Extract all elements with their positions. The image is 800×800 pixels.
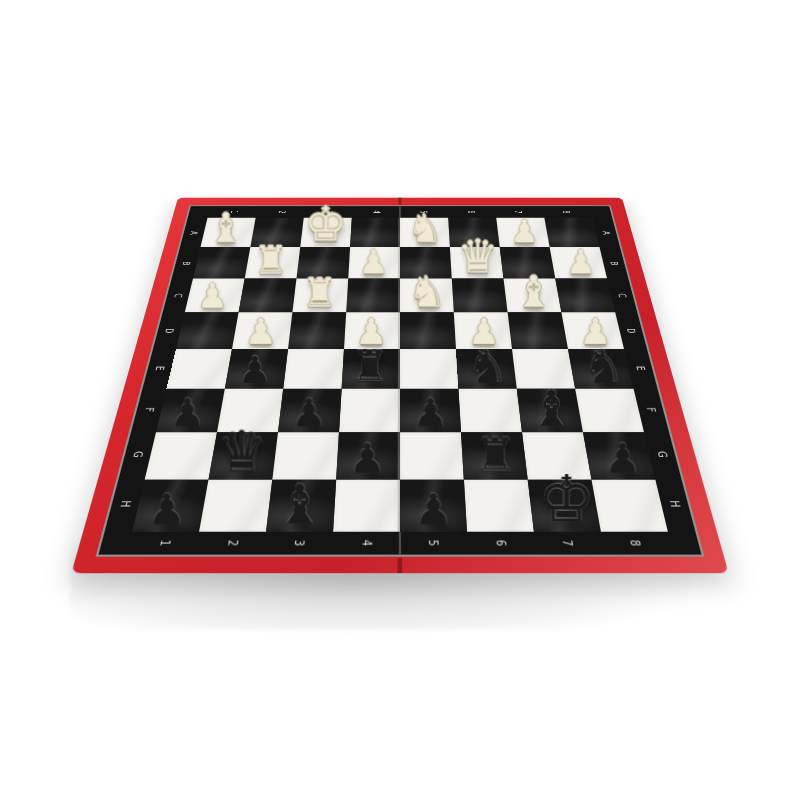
white-bishop[interactable]: ♝ — [208, 208, 245, 249]
square-E2[interactable]: ♟ — [225, 349, 288, 389]
square-H3[interactable]: ♝ — [266, 480, 336, 532]
black-queen[interactable]: ♛ — [216, 424, 267, 481]
square-E1[interactable] — [166, 349, 232, 389]
board-tilt-wrapper: 12345678 12345678 ABCDEFGH ABCDEFGH ♝♚♞♟… — [71, 198, 728, 574]
white-bishop[interactable]: ♝ — [514, 270, 553, 314]
white-rook[interactable]: ♜ — [302, 273, 338, 313]
square-B2[interactable]: ♜ — [245, 247, 301, 278]
square-B4[interactable]: ♟ — [348, 247, 400, 278]
square-E5[interactable] — [400, 349, 458, 389]
white-pawn[interactable]: ♟ — [358, 246, 388, 279]
black-pawn[interactable]: ♟ — [238, 352, 272, 389]
square-H4[interactable] — [333, 480, 400, 532]
fold-seam-top — [399, 206, 401, 217]
square-B8[interactable]: ♟ — [550, 247, 607, 278]
square-D7[interactable] — [508, 312, 568, 349]
square-A1[interactable]: ♝ — [201, 218, 256, 247]
square-F8[interactable] — [575, 389, 644, 432]
black-pawn[interactable]: ♟ — [147, 489, 185, 532]
square-C4[interactable] — [346, 278, 400, 312]
white-pawn[interactable]: ♟ — [566, 246, 596, 279]
white-pawn[interactable]: ♟ — [197, 279, 228, 313]
square-G2[interactable]: ♛ — [208, 432, 278, 479]
black-king[interactable]: ♚ — [538, 468, 596, 532]
square-G6[interactable]: ♜ — [461, 432, 528, 479]
black-pawn[interactable]: ♟ — [413, 394, 448, 433]
square-F4[interactable] — [339, 389, 400, 432]
black-knight[interactable]: ♞ — [466, 343, 508, 390]
white-queen[interactable]: ♛ — [457, 234, 498, 280]
square-G1[interactable] — [145, 432, 217, 479]
white-pawn[interactable]: ♟ — [244, 314, 276, 350]
fold-notch-top — [398, 198, 401, 205]
photo-backdrop: 12345678 12345678 ABCDEFGH ABCDEFGH ♝♚♞♟… — [0, 0, 800, 800]
white-pawn[interactable]: ♟ — [510, 216, 539, 248]
square-B1[interactable] — [193, 247, 250, 278]
fold-seam-bottom — [399, 532, 401, 555]
square-B6[interactable]: ♛ — [450, 247, 504, 278]
square-G4[interactable]: ♟ — [336, 432, 400, 479]
black-rook[interactable]: ♜ — [474, 432, 517, 480]
black-pawn[interactable]: ♟ — [349, 439, 386, 480]
white-rook[interactable]: ♜ — [254, 241, 289, 280]
chess-board-grid: ♝♚♞♟♜♟♛♟♟♜♞♝♟♟♟♟♟♜♞♞♟♟♟♝♛♟♜♟♟♝♟♚ — [132, 218, 668, 532]
square-E3[interactable] — [283, 349, 344, 389]
square-C5[interactable]: ♞ — [400, 278, 454, 312]
square-E6[interactable]: ♞ — [456, 349, 517, 389]
square-D3[interactable] — [288, 312, 346, 349]
square-C1[interactable]: ♟ — [185, 278, 245, 312]
square-C6[interactable] — [452, 278, 508, 312]
square-G5[interactable] — [400, 432, 464, 479]
square-H2[interactable] — [199, 480, 272, 532]
black-pawn[interactable]: ♟ — [604, 439, 641, 480]
black-pawn[interactable]: ♟ — [291, 394, 326, 433]
square-F6[interactable] — [458, 389, 522, 432]
square-H6[interactable] — [464, 480, 534, 532]
white-knight[interactable]: ♞ — [407, 270, 446, 313]
square-F7[interactable]: ♝ — [517, 389, 583, 432]
black-knight[interactable]: ♞ — [582, 343, 624, 390]
square-D1[interactable] — [176, 312, 239, 349]
square-H1[interactable]: ♟ — [132, 480, 208, 532]
square-F3[interactable]: ♟ — [278, 389, 342, 432]
square-F5[interactable]: ♟ — [400, 389, 461, 432]
black-bishop[interactable]: ♝ — [529, 383, 574, 433]
square-D2[interactable]: ♟ — [232, 312, 292, 349]
black-pawn[interactable]: ♟ — [414, 489, 452, 532]
square-D5[interactable] — [400, 312, 456, 349]
square-A5[interactable]: ♞ — [400, 218, 450, 247]
square-C2[interactable] — [239, 278, 297, 312]
square-C3[interactable]: ♜ — [292, 278, 348, 312]
square-E4[interactable]: ♜ — [342, 349, 400, 389]
square-H8[interactable] — [592, 480, 668, 532]
board-inner-black-frame: 12345678 12345678 ABCDEFGH ABCDEFGH ♝♚♞♟… — [96, 205, 705, 556]
fold-notch-bottom — [398, 558, 403, 574]
white-king[interactable]: ♚ — [304, 201, 347, 249]
square-F1[interactable]: ♟ — [156, 389, 225, 432]
square-A7[interactable]: ♟ — [496, 218, 549, 247]
square-C7[interactable]: ♝ — [504, 278, 562, 312]
square-H7[interactable]: ♚ — [528, 480, 601, 532]
square-A3[interactable]: ♚ — [300, 218, 352, 247]
black-bishop[interactable]: ♝ — [276, 477, 325, 532]
black-pawn[interactable]: ♟ — [170, 394, 205, 433]
square-C8[interactable] — [555, 278, 615, 312]
square-H5[interactable]: ♟ — [400, 480, 467, 532]
black-rook[interactable]: ♜ — [350, 346, 389, 390]
white-knight[interactable]: ♞ — [407, 208, 443, 248]
board-outer-red-frame: 12345678 12345678 ABCDEFGH ABCDEFGH ♝♚♞♟… — [71, 198, 728, 574]
square-E8[interactable]: ♞ — [568, 349, 634, 389]
